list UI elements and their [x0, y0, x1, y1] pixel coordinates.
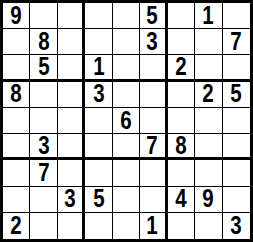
sudoku-cell-r5c6[interactable] [140, 108, 167, 134]
sudoku-cell-r2c7[interactable] [168, 29, 195, 55]
sudoku-cell-r7c7[interactable] [168, 160, 195, 186]
sudoku-cell-r7c1[interactable] [3, 160, 30, 186]
sudoku-cell-r3c2[interactable]: 5 [30, 55, 57, 81]
given-digit: 7 [147, 134, 158, 159]
sudoku-cell-r1c3[interactable] [58, 3, 85, 29]
sudoku-cell-r6c1[interactable] [3, 134, 30, 160]
sudoku-cell-r7c5[interactable] [113, 160, 140, 186]
sudoku-cell-r4c9[interactable]: 5 [223, 82, 250, 108]
sudoku-cell-r3c8[interactable] [195, 55, 222, 81]
sudoku-cell-r9c2[interactable] [30, 213, 57, 239]
given-digit: 3 [231, 213, 242, 239]
sudoku-cell-r4c5[interactable] [113, 82, 140, 108]
sudoku-cell-r5c8[interactable] [195, 108, 222, 134]
sudoku-cell-r6c7[interactable]: 8 [168, 134, 195, 160]
sudoku-cell-r8c9[interactable] [223, 187, 250, 213]
given-digit: 3 [147, 29, 158, 55]
given-digit: 2 [11, 213, 22, 239]
given-digit: 7 [38, 160, 49, 186]
given-digit: 4 [175, 187, 186, 213]
sudoku-cell-r5c5[interactable]: 6 [113, 108, 140, 134]
sudoku-cell-r6c6[interactable]: 7 [140, 134, 167, 160]
sudoku-cell-r6c2[interactable]: 3 [30, 134, 57, 160]
sudoku-cell-r5c4[interactable] [85, 108, 112, 134]
sudoku-cell-r5c2[interactable] [30, 108, 57, 134]
sudoku-cell-r7c3[interactable] [58, 160, 85, 186]
sudoku-cell-r5c3[interactable] [58, 108, 85, 134]
sudoku-cell-r2c5[interactable] [113, 29, 140, 55]
sudoku-cell-r1c7[interactable] [168, 3, 195, 29]
given-digit: 3 [93, 82, 104, 108]
sudoku-cell-r7c4[interactable] [85, 160, 112, 186]
sudoku-cell-r8c1[interactable] [3, 187, 30, 213]
given-digit: 5 [231, 82, 242, 108]
sudoku-cell-r3c4[interactable]: 1 [85, 55, 112, 81]
given-digit: 9 [203, 187, 214, 213]
sudoku-cell-r8c8[interactable]: 9 [195, 187, 222, 213]
given-digit: 1 [203, 3, 214, 29]
sudoku-cell-r2c9[interactable]: 7 [223, 29, 250, 55]
sudoku-cell-r2c8[interactable] [195, 29, 222, 55]
sudoku-cell-r9c4[interactable] [85, 213, 112, 239]
given-digit: 2 [175, 55, 186, 80]
sudoku-cell-r8c6[interactable] [140, 187, 167, 213]
given-digit: 3 [64, 187, 75, 213]
sudoku-cell-r1c6[interactable]: 5 [140, 3, 167, 29]
sudoku-cell-r9c6[interactable]: 1 [140, 213, 167, 239]
given-digit: 1 [147, 213, 158, 239]
sudoku-cell-r4c3[interactable] [58, 82, 85, 108]
sudoku-cell-r2c4[interactable] [85, 29, 112, 55]
given-digit: 3 [38, 134, 49, 159]
sudoku-cell-r5c9[interactable] [223, 108, 250, 134]
sudoku-cell-r6c9[interactable] [223, 134, 250, 160]
given-digit: 7 [231, 29, 242, 55]
sudoku-cell-r9c8[interactable] [195, 213, 222, 239]
sudoku-cell-r4c2[interactable] [30, 82, 57, 108]
sudoku-cell-r8c3[interactable]: 3 [58, 187, 85, 213]
sudoku-cell-r7c6[interactable] [140, 160, 167, 186]
sudoku-cell-r3c1[interactable] [3, 55, 30, 81]
sudoku-cell-r9c5[interactable] [113, 213, 140, 239]
given-digit: 5 [38, 55, 49, 80]
sudoku-cell-r3c3[interactable] [58, 55, 85, 81]
sudoku-cell-r1c2[interactable] [30, 3, 57, 29]
sudoku-cell-r7c8[interactable] [195, 160, 222, 186]
sudoku-cell-r4c6[interactable] [140, 82, 167, 108]
sudoku-cell-r8c2[interactable] [30, 187, 57, 213]
sudoku-cell-r6c5[interactable] [113, 134, 140, 160]
sudoku-cell-r6c3[interactable] [58, 134, 85, 160]
sudoku-cell-r4c7[interactable] [168, 82, 195, 108]
given-digit: 1 [93, 55, 104, 80]
sudoku-cell-r1c1[interactable]: 9 [3, 3, 30, 29]
sudoku-cell-r2c6[interactable]: 3 [140, 29, 167, 55]
given-digit: 5 [147, 3, 158, 29]
given-digit: 8 [175, 134, 186, 159]
sudoku-cell-r9c7[interactable] [168, 213, 195, 239]
sudoku-cell-r9c3[interactable] [58, 213, 85, 239]
given-digit: 9 [11, 3, 22, 29]
sudoku-cell-r3c6[interactable] [140, 55, 167, 81]
sudoku-cell-r9c1[interactable]: 2 [3, 213, 30, 239]
given-digit: 6 [120, 108, 131, 134]
sudoku-cell-r1c5[interactable] [113, 3, 140, 29]
given-digit: 8 [38, 29, 49, 55]
sudoku-cell-r7c2[interactable]: 7 [30, 160, 57, 186]
sudoku-cell-r2c3[interactable] [58, 29, 85, 55]
sudoku-cell-r1c8[interactable]: 1 [195, 3, 222, 29]
given-digit: 2 [203, 82, 214, 108]
sudoku-cell-r1c4[interactable] [85, 3, 112, 29]
sudoku-cell-r6c4[interactable] [85, 134, 112, 160]
sudoku-board: 9518375128325637873549213 [0, 0, 253, 242]
sudoku-cell-r6c8[interactable] [195, 134, 222, 160]
sudoku-cell-r4c1[interactable]: 8 [3, 82, 30, 108]
sudoku-cell-r5c7[interactable] [168, 108, 195, 134]
given-digit: 8 [11, 82, 22, 108]
sudoku-cell-r3c7[interactable]: 2 [168, 55, 195, 81]
sudoku-cell-r2c2[interactable]: 8 [30, 29, 57, 55]
given-digit: 5 [93, 187, 104, 213]
sudoku-puzzle: 9518375128325637873549213 [0, 0, 253, 242]
sudoku-cell-r8c4[interactable]: 5 [85, 187, 112, 213]
sudoku-cell-r3c9[interactable] [223, 55, 250, 81]
sudoku-cell-r8c7[interactable]: 4 [168, 187, 195, 213]
sudoku-cell-r3c5[interactable] [113, 55, 140, 81]
sudoku-cell-r1c9[interactable] [223, 3, 250, 29]
sudoku-cell-r2c1[interactable] [3, 29, 30, 55]
sudoku-cell-r5c1[interactable] [3, 108, 30, 134]
sudoku-cell-r7c9[interactable] [223, 160, 250, 186]
sudoku-cell-r4c4[interactable]: 3 [85, 82, 112, 108]
sudoku-cell-r8c5[interactable] [113, 187, 140, 213]
sudoku-cell-r4c8[interactable]: 2 [195, 82, 222, 108]
sudoku-cell-r9c9[interactable]: 3 [223, 213, 250, 239]
